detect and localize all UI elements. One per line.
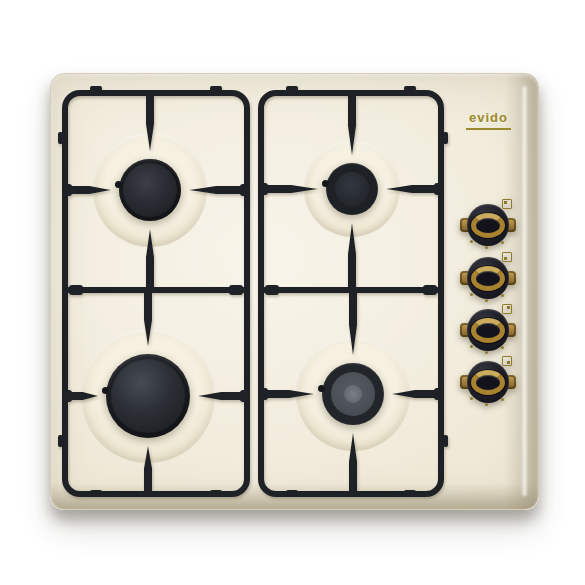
knob-brass-oval — [471, 266, 505, 291]
burner-indicator-dot — [507, 306, 510, 309]
knob-tick-mark — [470, 293, 473, 296]
burner-indicator-dot — [504, 201, 507, 204]
burner-indicator-dot — [504, 257, 507, 260]
knob-tick-mark — [501, 346, 504, 349]
knob-tick-mark — [470, 240, 473, 243]
brand-logo: evido — [466, 110, 511, 130]
knob-tick-mark — [470, 397, 473, 400]
knob-tick-mark — [501, 294, 504, 297]
burner-indicator-dot — [507, 361, 510, 364]
knob-tick-mark — [485, 403, 488, 406]
knob-brass-oval — [471, 318, 505, 343]
knob-tick-mark — [501, 241, 504, 244]
knob-brass-oval — [471, 213, 505, 238]
product-photo-stage: evido — [0, 0, 585, 585]
knob-tick-mark — [470, 345, 473, 348]
knob-tick-mark — [501, 398, 504, 401]
knob-brass-oval — [471, 370, 505, 395]
burner-indicator-icon-front-right — [502, 356, 512, 366]
burner-indicator-icon-rear-right — [502, 304, 512, 314]
burner-indicator-icon-front-left — [502, 252, 512, 262]
control-knob-layer — [0, 0, 585, 585]
burner-indicator-icon-rear-left — [502, 199, 512, 209]
